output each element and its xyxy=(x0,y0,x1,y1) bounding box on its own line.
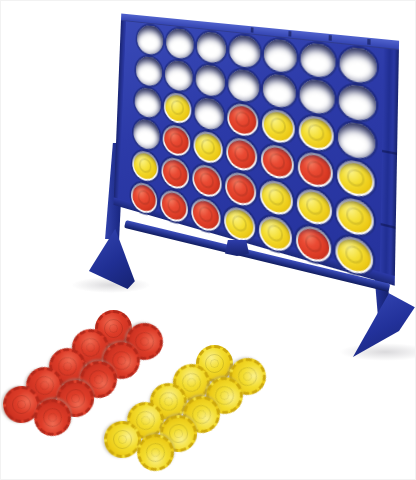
empty-slot xyxy=(133,117,160,151)
red-disc xyxy=(132,182,156,213)
red-disc xyxy=(228,138,256,171)
yellow-disc-slot xyxy=(262,107,296,145)
red-disc-slot xyxy=(261,142,295,181)
yellow-disc xyxy=(261,180,291,215)
cell-r6c1 xyxy=(129,178,159,218)
yellow-disc xyxy=(300,116,332,150)
red-disc-slot xyxy=(191,195,221,234)
empty-slot xyxy=(165,59,193,92)
red-disc xyxy=(163,157,188,189)
cell-r1c6 xyxy=(298,40,338,81)
yellow-disc xyxy=(299,188,331,225)
empty-slot xyxy=(263,72,297,109)
empty-slot xyxy=(194,96,224,132)
empty-slot xyxy=(135,55,162,87)
slot-lip xyxy=(135,55,162,87)
slot-lip xyxy=(300,41,336,78)
red-disc-slot xyxy=(161,155,190,191)
slot-lip xyxy=(137,24,164,55)
red-disc-slot xyxy=(162,123,191,158)
rail-notch xyxy=(288,31,291,37)
product-photo-connect-four xyxy=(0,0,416,480)
yellow-disc xyxy=(195,131,222,163)
red-disc xyxy=(300,152,332,188)
cell-r1c5 xyxy=(262,36,300,76)
cell-r6c2 xyxy=(158,185,190,226)
slot-lip xyxy=(229,34,261,69)
empty-slot xyxy=(338,120,376,161)
rail-notch xyxy=(251,27,254,32)
yellow-disc xyxy=(339,160,373,197)
empty-slot xyxy=(264,38,298,74)
yellow-disc-slot xyxy=(298,113,334,153)
rail-notch xyxy=(329,35,332,41)
cell-r2c1 xyxy=(134,53,164,89)
sleeve-seam xyxy=(382,150,397,155)
yellow-disc-slot xyxy=(224,204,256,244)
red-disc-slot xyxy=(160,187,189,224)
slot-lip xyxy=(134,86,161,119)
red-disc xyxy=(164,125,189,156)
slot-lip xyxy=(263,72,297,109)
yellow-disc-slot xyxy=(163,91,192,125)
red-disc-slot xyxy=(227,101,259,138)
empty-slot xyxy=(229,34,261,69)
cell-r1c2 xyxy=(164,25,196,61)
empty-slot xyxy=(196,30,226,64)
yellow-disc xyxy=(133,150,157,181)
cell-r2c2 xyxy=(163,57,195,94)
yellow-chip xyxy=(103,420,141,458)
red-disc-slot xyxy=(131,180,158,216)
slot-lip xyxy=(264,38,298,74)
slot-lip xyxy=(194,96,224,132)
cell-r2c3 xyxy=(194,61,228,99)
red-disc-slot xyxy=(226,135,258,173)
center-clip xyxy=(225,240,249,256)
yellow-disc xyxy=(225,206,253,241)
yellow-disc-slot xyxy=(132,148,159,183)
slot-lip xyxy=(196,30,226,64)
red-disc xyxy=(161,190,186,223)
cell-r1c4 xyxy=(227,32,262,70)
cell-r1c3 xyxy=(195,29,229,66)
red-disc xyxy=(227,172,255,206)
yellow-disc xyxy=(263,109,293,142)
slot-lip xyxy=(228,67,260,103)
sleeve-seam xyxy=(381,222,396,228)
red-disc xyxy=(298,225,330,263)
slot-lip xyxy=(133,117,160,151)
red-disc xyxy=(193,198,220,232)
empty-slot xyxy=(166,27,194,59)
slot-lip xyxy=(195,63,225,98)
yellow-disc xyxy=(165,93,190,123)
yellow-disc-slot xyxy=(193,129,223,166)
board-grid xyxy=(129,22,379,280)
red-disc-slot xyxy=(297,149,333,190)
cell-r6c3 xyxy=(189,193,223,236)
empty-slot xyxy=(134,86,161,119)
empty-slot xyxy=(137,24,164,55)
board-right-edge xyxy=(380,39,400,285)
yellow-disc-slot xyxy=(258,213,292,255)
cell-r2c4 xyxy=(226,66,261,105)
slot-lip xyxy=(338,83,376,123)
empty-slot xyxy=(195,63,225,98)
red-disc xyxy=(229,104,257,136)
cell-r1c1 xyxy=(135,22,165,57)
yellow-disc xyxy=(260,215,290,251)
cell-r1c7 xyxy=(337,44,379,86)
red-disc-slot xyxy=(296,222,332,265)
empty-slot xyxy=(299,77,335,115)
yellow-disc xyxy=(337,235,371,274)
yellow-disc-slot xyxy=(335,232,373,277)
right-foot-shadow xyxy=(339,343,416,361)
connect-four-board xyxy=(114,13,400,285)
yellow-disc xyxy=(338,197,372,235)
slot-lip xyxy=(166,27,194,59)
rail-notch xyxy=(367,39,370,45)
empty-slot xyxy=(228,67,260,103)
slot-lip xyxy=(299,77,335,115)
slot-lip xyxy=(339,46,377,85)
red-disc xyxy=(194,164,221,197)
red-disc xyxy=(262,144,292,178)
slot-lip xyxy=(338,120,376,161)
cell-r6c4 xyxy=(222,202,258,246)
empty-slot xyxy=(300,41,336,78)
empty-slot xyxy=(338,83,376,123)
slot-lip xyxy=(165,59,193,92)
board-left-edge xyxy=(114,13,127,206)
empty-slot xyxy=(339,46,377,85)
